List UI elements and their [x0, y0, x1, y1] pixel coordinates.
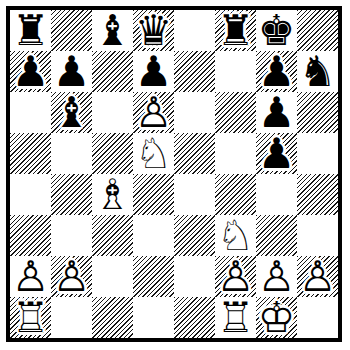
- square-h7[interactable]: ♞♞: [297, 51, 338, 92]
- square-c2[interactable]: [92, 256, 133, 297]
- piece-halo: ♟: [215, 256, 256, 297]
- piece-halo: ♟: [256, 133, 297, 174]
- square-a2[interactable]: ♟♙: [10, 256, 51, 297]
- square-h2[interactable]: ♟♙: [297, 256, 338, 297]
- piece-halo: ♝: [51, 92, 92, 133]
- square-d5[interactable]: ♞♘: [133, 133, 174, 174]
- square-h5[interactable]: [297, 133, 338, 174]
- square-e2[interactable]: [174, 256, 215, 297]
- square-g4[interactable]: [256, 174, 297, 215]
- piece-halo: ♜: [10, 297, 51, 338]
- square-d2[interactable]: [133, 256, 174, 297]
- square-c3[interactable]: [92, 215, 133, 256]
- square-c5[interactable]: [92, 133, 133, 174]
- piece-halo: ♟: [256, 92, 297, 133]
- square-b7[interactable]: ♟♟: [51, 51, 92, 92]
- square-a5[interactable]: [10, 133, 51, 174]
- piece-halo: ♟: [10, 256, 51, 297]
- piece-halo: ♟: [51, 51, 92, 92]
- black-pawn-g6: ♟: [256, 92, 297, 133]
- square-e6[interactable]: [174, 92, 215, 133]
- square-b1[interactable]: [51, 297, 92, 338]
- piece-halo: ♟: [297, 256, 338, 297]
- black-bishop-c8: ♝: [92, 10, 133, 51]
- square-d4[interactable]: [133, 174, 174, 215]
- square-d3[interactable]: [133, 215, 174, 256]
- square-e3[interactable]: [174, 215, 215, 256]
- white-pawn-a2: ♙: [10, 256, 51, 297]
- white-pawn-d6: ♙: [133, 92, 174, 133]
- square-g7[interactable]: ♟♟: [256, 51, 297, 92]
- black-knight-h7: ♞: [297, 51, 338, 92]
- white-pawn-h2: ♙: [297, 256, 338, 297]
- square-g8[interactable]: ♚♚: [256, 10, 297, 51]
- square-a3[interactable]: [10, 215, 51, 256]
- black-rook-a8: ♜: [10, 10, 51, 51]
- piece-halo: ♜: [10, 10, 51, 51]
- square-b3[interactable]: [51, 215, 92, 256]
- square-g6[interactable]: ♟♟: [256, 92, 297, 133]
- black-bishop-b6: ♝: [51, 92, 92, 133]
- square-c7[interactable]: [92, 51, 133, 92]
- square-g5[interactable]: ♟♟: [256, 133, 297, 174]
- piece-halo: ♞: [297, 51, 338, 92]
- square-a4[interactable]: [10, 174, 51, 215]
- square-f4[interactable]: [215, 174, 256, 215]
- square-d1[interactable]: [133, 297, 174, 338]
- square-f6[interactable]: [215, 92, 256, 133]
- black-pawn-d7: ♟: [133, 51, 174, 92]
- square-g1[interactable]: ♚♔: [256, 297, 297, 338]
- white-bishop-c4: ♗: [92, 174, 133, 215]
- square-h4[interactable]: [297, 174, 338, 215]
- square-e5[interactable]: [174, 133, 215, 174]
- square-c8[interactable]: ♝♝: [92, 10, 133, 51]
- square-a7[interactable]: ♟♟: [10, 51, 51, 92]
- piece-halo: ♟: [10, 51, 51, 92]
- piece-halo: ♝: [92, 174, 133, 215]
- square-c1[interactable]: [92, 297, 133, 338]
- square-f7[interactable]: [215, 51, 256, 92]
- square-e1[interactable]: [174, 297, 215, 338]
- square-h3[interactable]: [297, 215, 338, 256]
- square-h6[interactable]: [297, 92, 338, 133]
- square-f2[interactable]: ♟♙: [215, 256, 256, 297]
- piece-halo: ♟: [256, 256, 297, 297]
- white-king-g1: ♔: [256, 297, 297, 338]
- black-pawn-g7: ♟: [256, 51, 297, 92]
- square-g3[interactable]: [256, 215, 297, 256]
- black-pawn-g5: ♟: [256, 133, 297, 174]
- piece-halo: ♜: [215, 10, 256, 51]
- piece-halo: ♝: [92, 10, 133, 51]
- square-b2[interactable]: ♟♙: [51, 256, 92, 297]
- square-h1[interactable]: [297, 297, 338, 338]
- square-e4[interactable]: [174, 174, 215, 215]
- square-f3[interactable]: ♞♘: [215, 215, 256, 256]
- piece-halo: ♚: [256, 10, 297, 51]
- square-a8[interactable]: ♜♜: [10, 10, 51, 51]
- black-rook-f8: ♜: [215, 10, 256, 51]
- piece-halo: ♟: [133, 51, 174, 92]
- board-frame: ♜♜♝♝♛♛♜♜♚♚♟♟♟♟♟♟♟♟♞♞♝♝♟♙♟♟♞♘♟♟♝♗♞♘♟♙♟♙♟♙…: [6, 6, 342, 342]
- square-h8[interactable]: [297, 10, 338, 51]
- square-f5[interactable]: [215, 133, 256, 174]
- square-f1[interactable]: ♜♖: [215, 297, 256, 338]
- piece-halo: ♚: [256, 297, 297, 338]
- black-queen-d8: ♛: [133, 10, 174, 51]
- piece-halo: ♟: [256, 51, 297, 92]
- square-e7[interactable]: [174, 51, 215, 92]
- square-d8[interactable]: ♛♛: [133, 10, 174, 51]
- square-b8[interactable]: [51, 10, 92, 51]
- black-pawn-a7: ♟: [10, 51, 51, 92]
- square-e8[interactable]: [174, 10, 215, 51]
- square-b6[interactable]: ♝♝: [51, 92, 92, 133]
- square-g2[interactable]: ♟♙: [256, 256, 297, 297]
- white-pawn-b2: ♙: [51, 256, 92, 297]
- white-rook-a1: ♖: [10, 297, 51, 338]
- square-b5[interactable]: [51, 133, 92, 174]
- white-rook-f1: ♖: [215, 297, 256, 338]
- white-knight-f3: ♘: [215, 215, 256, 256]
- white-pawn-g2: ♙: [256, 256, 297, 297]
- square-c6[interactable]: [92, 92, 133, 133]
- square-b4[interactable]: [51, 174, 92, 215]
- square-d6[interactable]: ♟♙: [133, 92, 174, 133]
- square-c4[interactable]: ♝♗: [92, 174, 133, 215]
- square-d7[interactable]: ♟♟: [133, 51, 174, 92]
- square-f8[interactable]: ♜♜: [215, 10, 256, 51]
- piece-halo: ♟: [51, 256, 92, 297]
- black-pawn-b7: ♟: [51, 51, 92, 92]
- white-knight-d5: ♘: [133, 133, 174, 174]
- chess-diagram: ♜♜♝♝♛♛♜♜♚♚♟♟♟♟♟♟♟♟♞♞♝♝♟♙♟♟♞♘♟♟♝♗♞♘♟♙♟♙♟♙…: [0, 0, 350, 350]
- chess-board: ♜♜♝♝♛♛♜♜♚♚♟♟♟♟♟♟♟♟♞♞♝♝♟♙♟♟♞♘♟♟♝♗♞♘♟♙♟♙♟♙…: [10, 10, 338, 338]
- square-a1[interactable]: ♜♖: [10, 297, 51, 338]
- piece-halo: ♜: [215, 297, 256, 338]
- square-a6[interactable]: [10, 92, 51, 133]
- piece-halo: ♟: [133, 92, 174, 133]
- piece-halo: ♛: [133, 10, 174, 51]
- black-king-g8: ♚: [256, 10, 297, 51]
- piece-halo: ♞: [215, 215, 256, 256]
- piece-halo: ♞: [133, 133, 174, 174]
- white-pawn-f2: ♙: [215, 256, 256, 297]
